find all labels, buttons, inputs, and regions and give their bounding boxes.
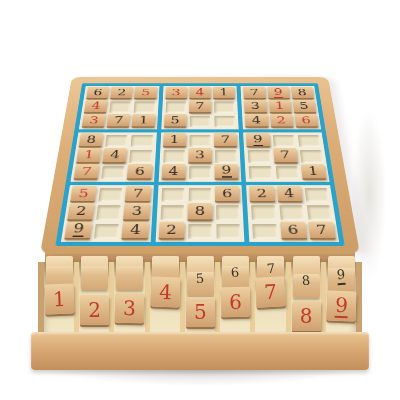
cell-recess xyxy=(94,224,119,239)
cell-recess xyxy=(300,150,323,163)
tile-digit: 9 xyxy=(253,133,263,145)
cell-r5c6[interactable] xyxy=(214,149,238,163)
tile-digit: 6 xyxy=(229,292,242,312)
drawer-front-panel[interactable] xyxy=(31,332,369,370)
cell-recess xyxy=(99,188,123,202)
cell-r2c3[interactable] xyxy=(133,101,156,113)
cell-r2c1[interactable]: 4 xyxy=(84,101,108,113)
box-9: 2467 xyxy=(246,185,339,242)
cell-r7c6[interactable]: 6 xyxy=(215,187,240,202)
sudoku-board-frame: 6254371341757983154268147617349971572394… xyxy=(40,77,360,254)
tile-digit: 4 xyxy=(251,115,261,125)
number-tile-2[interactable]: 2 xyxy=(269,114,293,127)
cell-r9c1[interactable]: 9 xyxy=(64,223,92,240)
cell-recess xyxy=(275,166,298,179)
cell-recess xyxy=(189,135,210,147)
cell-recess xyxy=(160,205,184,219)
drawer-tile-7[interactable]: 7 xyxy=(256,276,287,307)
drawer-tile-4[interactable]: 4 xyxy=(150,277,180,308)
cell-r9c5[interactable] xyxy=(187,223,213,240)
box-1: 6254371 xyxy=(79,86,159,129)
cell-r8c4[interactable] xyxy=(159,205,185,221)
number-tile-6[interactable]: 6 xyxy=(215,186,240,201)
tile-digit: 1 xyxy=(275,101,285,111)
number-tile-8[interactable]: 8 xyxy=(187,203,212,219)
tile-digit: 3 xyxy=(195,150,205,161)
cell-r1c2[interactable]: 2 xyxy=(110,88,133,100)
number-tile-2[interactable]: 2 xyxy=(158,221,184,238)
tile-digit: 2 xyxy=(276,115,286,125)
number-tile-1[interactable]: 1 xyxy=(76,148,101,162)
number-tile-3[interactable]: 3 xyxy=(244,100,267,112)
number-tile-4[interactable]: 4 xyxy=(276,186,302,201)
drawer-slot-9: 99 xyxy=(326,262,356,332)
number-tile-7[interactable]: 7 xyxy=(243,87,265,99)
box-2: 34175 xyxy=(161,86,239,129)
number-tile-7[interactable]: 7 xyxy=(189,100,211,112)
tile-digit: 2 xyxy=(117,88,127,97)
board-grid: 6254371341757983154268147617349971572394… xyxy=(55,83,344,246)
number-tile-5[interactable]: 5 xyxy=(70,186,97,201)
cell-r1c1[interactable]: 6 xyxy=(86,88,109,100)
cell-r1c3[interactable]: 5 xyxy=(134,88,156,100)
cell-r2c7[interactable]: 3 xyxy=(244,101,267,113)
drawer-tile-3[interactable]: 3 xyxy=(115,293,145,324)
box-7: 572394 xyxy=(61,185,154,242)
cell-r3c9[interactable]: 6 xyxy=(294,115,318,128)
tile-digit: 2 xyxy=(166,223,177,236)
number-tile-4[interactable]: 4 xyxy=(245,114,268,127)
cell-recess xyxy=(249,166,272,179)
cell-r4c5[interactable] xyxy=(188,134,211,147)
tile-digit: 1 xyxy=(308,165,319,176)
cell-r3c5[interactable] xyxy=(189,115,211,128)
number-tile-2[interactable]: 2 xyxy=(67,203,94,219)
cell-r8c2[interactable] xyxy=(95,205,122,221)
tile-digit: 9 xyxy=(336,268,346,286)
cell-r5c7[interactable] xyxy=(247,149,271,163)
number-tile-4[interactable]: 4 xyxy=(84,100,108,112)
cell-recess xyxy=(189,188,212,202)
cell-r6c8[interactable] xyxy=(274,165,299,179)
tile-digit: 3 xyxy=(89,115,100,125)
drawer-slot-6: 66 xyxy=(220,262,255,332)
drawer-tile-8[interactable]: 8 xyxy=(292,301,321,331)
number-tile-6[interactable]: 6 xyxy=(280,221,307,238)
tile-digit: 8 xyxy=(195,205,205,218)
tile-digit: 7 xyxy=(266,262,275,277)
tile-digit: 7 xyxy=(315,223,327,236)
cell-recess xyxy=(131,135,153,147)
tile-digit: 6 xyxy=(231,266,240,281)
tile-digit: 8 xyxy=(301,274,310,289)
cell-r4c2[interactable] xyxy=(104,134,128,147)
cell-r8c3[interactable]: 3 xyxy=(123,205,149,221)
cell-r6c3[interactable]: 6 xyxy=(127,165,152,179)
cell-r8c5[interactable]: 8 xyxy=(187,205,212,221)
sudoku-game-photo: 6254371341757983154268147617349971572394… xyxy=(0,0,400,400)
tile-digit: 8 xyxy=(297,88,307,97)
tile-digit: 7 xyxy=(250,88,260,97)
drawer-slot-5: 55 xyxy=(185,262,220,332)
tile-digit: 5 xyxy=(78,187,90,199)
drawer-slot-4: 4 xyxy=(150,262,185,332)
number-tile-9[interactable]: 9 xyxy=(65,221,93,238)
cell-recess xyxy=(163,150,185,163)
box-5: 17349 xyxy=(158,132,241,181)
cell-recess xyxy=(101,166,124,179)
tile-digit: 4 xyxy=(158,282,171,302)
tile-digit: 2 xyxy=(88,300,101,320)
cell-r9c8[interactable]: 6 xyxy=(280,223,307,240)
cell-r3c7[interactable]: 4 xyxy=(245,115,268,128)
box-3: 798315426 xyxy=(241,86,321,129)
number-tile-9[interactable]: 9 xyxy=(267,87,290,99)
cell-recess xyxy=(190,116,211,127)
cell-r6c7[interactable] xyxy=(248,165,273,179)
cell-recess xyxy=(214,102,235,113)
stacked-tile[interactable] xyxy=(116,266,143,290)
cell-r8c7[interactable] xyxy=(250,205,276,221)
drawer-slots: 12345566778899 xyxy=(38,262,362,332)
tile-digit: 8 xyxy=(300,306,313,326)
drawer-slot-2: 2 xyxy=(79,262,114,332)
cell-recess xyxy=(165,102,186,113)
cell-r1c7[interactable]: 7 xyxy=(243,88,265,100)
number-tile-1[interactable]: 1 xyxy=(268,100,291,112)
tile-digit: 9 xyxy=(221,164,231,177)
tile-digit: 7 xyxy=(114,115,124,125)
stacked-tile[interactable] xyxy=(81,266,108,290)
number-tile-6[interactable]: 6 xyxy=(294,114,318,127)
cell-r1c8[interactable]: 9 xyxy=(267,88,290,100)
cell-recess xyxy=(279,205,304,219)
drawer-slot-7: 77 xyxy=(255,262,290,332)
drawer-tile-2[interactable]: 2 xyxy=(80,295,109,325)
cell-r5c1[interactable]: 1 xyxy=(76,149,101,163)
tile-digit: 2 xyxy=(75,205,87,218)
tile-digit: 4 xyxy=(196,88,205,97)
drawer-tile-5[interactable]: 5 xyxy=(186,297,215,327)
cell-r2c6[interactable] xyxy=(213,101,235,113)
cell-r8c6[interactable] xyxy=(215,205,241,221)
cell-recess xyxy=(134,102,155,113)
cell-recess xyxy=(214,116,235,127)
cell-r4c8[interactable] xyxy=(271,134,295,147)
drawer-tile-6[interactable]: 6 xyxy=(221,287,251,318)
number-tile-3[interactable]: 3 xyxy=(124,203,150,219)
tile-digit: 6 xyxy=(134,165,145,176)
cell-r2c5[interactable]: 7 xyxy=(189,101,211,113)
cell-r9c6[interactable] xyxy=(216,223,242,240)
cell-r3c3[interactable]: 1 xyxy=(132,115,155,128)
number-tile-1[interactable]: 1 xyxy=(300,164,326,178)
cell-recess xyxy=(304,188,329,202)
number-tile-5[interactable]: 5 xyxy=(134,87,156,99)
cell-r6c1[interactable]: 7 xyxy=(74,165,100,179)
number-tile-7[interactable]: 7 xyxy=(74,164,100,178)
number-tile-7[interactable]: 7 xyxy=(107,114,131,127)
box-4: 81476 xyxy=(71,132,157,181)
tile-drawer[interactable]: 12345566778899 xyxy=(38,262,362,370)
tile-digit: 7 xyxy=(195,101,204,111)
cell-r4c9[interactable] xyxy=(297,134,322,147)
cell-r2c9[interactable]: 5 xyxy=(292,101,316,113)
number-tile-2[interactable]: 2 xyxy=(110,87,133,99)
cell-recess xyxy=(307,205,332,219)
drawer-slot-1: 1 xyxy=(44,262,79,332)
tile-digit: 4 xyxy=(91,101,101,111)
cell-r2c4[interactable] xyxy=(164,101,186,113)
tile-digit: 9 xyxy=(72,222,85,237)
cell-r3c2[interactable]: 7 xyxy=(107,115,131,128)
tile-digit: 6 xyxy=(301,115,312,125)
number-tile-7[interactable]: 7 xyxy=(214,133,237,146)
cell-recess xyxy=(130,150,152,163)
number-tile-8[interactable]: 8 xyxy=(291,87,314,99)
tile-digit: 4 xyxy=(130,223,142,236)
tile-digit: 5 xyxy=(299,101,309,111)
number-tile-5[interactable]: 5 xyxy=(292,100,316,112)
cell-r1c9[interactable]: 8 xyxy=(291,88,314,100)
cell-r3c4[interactable]: 5 xyxy=(164,115,187,128)
tile-digit: 3 xyxy=(171,88,180,97)
cell-recess xyxy=(248,150,270,163)
tile-digit: 9 xyxy=(273,87,283,98)
drawer-tile-1[interactable]: 1 xyxy=(44,284,74,315)
tile-digit: 5 xyxy=(141,88,151,97)
number-tile-6[interactable]: 6 xyxy=(86,87,109,99)
cell-r5c5[interactable]: 3 xyxy=(188,149,212,163)
number-tile-3[interactable]: 3 xyxy=(165,87,187,99)
cell-r1c4[interactable]: 3 xyxy=(165,88,187,100)
box-8: 682 xyxy=(155,185,244,242)
tile-digit: 1 xyxy=(139,115,149,125)
cell-r6c6[interactable]: 9 xyxy=(214,165,238,179)
number-tile-5[interactable]: 5 xyxy=(164,114,187,127)
tile-digit: 5 xyxy=(196,272,205,287)
cell-recess xyxy=(188,224,212,239)
cell-r6c9[interactable]: 1 xyxy=(301,165,327,179)
drawer-slot-3: 3 xyxy=(114,262,149,332)
tile-digit: 1 xyxy=(170,134,180,145)
cell-r5c2[interactable]: 4 xyxy=(102,149,127,163)
number-tile-9[interactable]: 9 xyxy=(214,164,238,178)
cell-r6c5[interactable] xyxy=(188,165,212,179)
cell-r7c9[interactable] xyxy=(303,187,330,202)
cell-r3c8[interactable]: 2 xyxy=(270,115,294,128)
tile-digit: 5 xyxy=(194,302,207,322)
cell-recess xyxy=(109,102,130,113)
cell-r4c3[interactable] xyxy=(130,134,154,147)
number-tile-7[interactable]: 7 xyxy=(125,186,151,201)
stacked-tile[interactable]: 9 xyxy=(328,268,355,292)
number-tile-1[interactable]: 1 xyxy=(213,87,235,99)
cell-r8c1[interactable]: 2 xyxy=(67,205,94,221)
cell-recess xyxy=(252,224,277,239)
tile-digit: 7 xyxy=(264,282,278,303)
cell-r1c5[interactable]: 4 xyxy=(189,88,211,100)
tile-digit: 7 xyxy=(81,165,92,176)
cell-r8c8[interactable] xyxy=(278,205,305,221)
cell-r7c5[interactable] xyxy=(188,187,213,202)
tile-digit: 1 xyxy=(83,150,94,161)
tile-digit: 1 xyxy=(219,88,228,97)
tile-digit: 5 xyxy=(170,115,180,125)
cell-r7c2[interactable] xyxy=(98,187,124,202)
cell-r9c9[interactable]: 7 xyxy=(308,223,336,240)
cell-r6c4[interactable]: 4 xyxy=(161,165,185,179)
number-tile-7[interactable]: 7 xyxy=(273,148,298,162)
cell-r7c1[interactable]: 5 xyxy=(70,187,97,202)
number-tile-8[interactable]: 8 xyxy=(79,133,104,146)
drawer-slot-8: 88 xyxy=(291,262,326,332)
cell-r5c9[interactable] xyxy=(299,149,324,163)
tile-digit: 6 xyxy=(93,88,103,97)
tile-digit: 7 xyxy=(221,134,231,145)
cell-recess xyxy=(216,205,240,219)
tile-digit: 4 xyxy=(283,187,294,199)
cell-recess xyxy=(251,205,275,219)
tile-digit: 3 xyxy=(250,101,260,111)
tile-digit: 7 xyxy=(133,187,144,199)
cell-r9c7[interactable] xyxy=(251,223,278,240)
tile-digit: 1 xyxy=(53,289,66,309)
stacked-tile[interactable]: 5 xyxy=(187,272,214,296)
tile-digit: 4 xyxy=(168,165,178,176)
cell-r4c4[interactable]: 1 xyxy=(163,134,186,147)
cell-r5c8[interactable]: 7 xyxy=(273,149,298,163)
tile-digit: 6 xyxy=(222,187,232,199)
cell-r7c3[interactable]: 7 xyxy=(125,187,151,202)
box-6: 971 xyxy=(243,132,329,181)
cell-r7c7[interactable]: 2 xyxy=(249,187,275,202)
cell-r2c8[interactable]: 1 xyxy=(268,101,291,113)
cell-recess xyxy=(215,150,237,163)
tile-digit: 9 xyxy=(334,294,348,317)
cell-recess xyxy=(161,188,184,202)
number-tile-3[interactable]: 3 xyxy=(82,114,106,127)
cell-r9c2[interactable] xyxy=(93,223,120,240)
number-tile-4[interactable]: 4 xyxy=(161,164,185,178)
cell-recess xyxy=(96,205,121,219)
number-tile-9[interactable]: 9 xyxy=(246,133,270,146)
number-tile-3[interactable]: 3 xyxy=(188,148,211,162)
cell-recess xyxy=(105,135,127,147)
cell-recess xyxy=(298,135,321,147)
cell-r3c6[interactable] xyxy=(214,115,237,128)
tile-digit: 2 xyxy=(256,187,267,199)
cell-recess xyxy=(189,166,211,179)
cell-r9c3[interactable]: 4 xyxy=(122,223,149,240)
tile-digit: 6 xyxy=(287,223,299,236)
cell-r7c8[interactable]: 4 xyxy=(276,187,302,202)
number-tile-4[interactable]: 4 xyxy=(103,148,128,162)
tile-digit: 8 xyxy=(86,134,97,145)
cell-r4c6[interactable]: 7 xyxy=(214,134,237,147)
tile-digit: 7 xyxy=(280,150,291,161)
number-tile-7[interactable]: 7 xyxy=(308,221,336,238)
cell-r5c3[interactable] xyxy=(129,149,153,163)
side-shadow xyxy=(352,110,386,280)
cell-recess xyxy=(272,135,294,147)
cell-r4c7[interactable]: 9 xyxy=(246,134,270,147)
tile-digit: 3 xyxy=(131,205,142,218)
number-tile-2[interactable]: 2 xyxy=(249,186,275,201)
cell-r4c1[interactable]: 8 xyxy=(79,134,104,147)
tile-digit: 3 xyxy=(123,298,136,318)
cell-r8c9[interactable] xyxy=(306,205,333,221)
cell-r2c2[interactable] xyxy=(109,101,132,113)
drawer-tile-9[interactable]: 9 xyxy=(326,291,356,322)
cell-r3c1[interactable]: 3 xyxy=(82,115,106,128)
number-tile-1[interactable]: 1 xyxy=(132,114,155,127)
number-tile-1[interactable]: 1 xyxy=(163,133,186,146)
cell-r6c2[interactable] xyxy=(100,165,125,179)
tile-digit: 4 xyxy=(110,150,121,161)
number-tile-4[interactable]: 4 xyxy=(122,221,149,238)
cell-r5c4[interactable] xyxy=(162,149,186,163)
cell-recess xyxy=(217,224,241,239)
cell-r9c4[interactable]: 2 xyxy=(158,223,184,240)
stacked-tile[interactable]: 8 xyxy=(293,274,320,298)
cell-r7c4[interactable] xyxy=(160,187,185,202)
cell-r1c6[interactable]: 1 xyxy=(213,88,235,100)
number-tile-6[interactable]: 6 xyxy=(127,164,152,178)
number-tile-4[interactable]: 4 xyxy=(189,87,211,99)
